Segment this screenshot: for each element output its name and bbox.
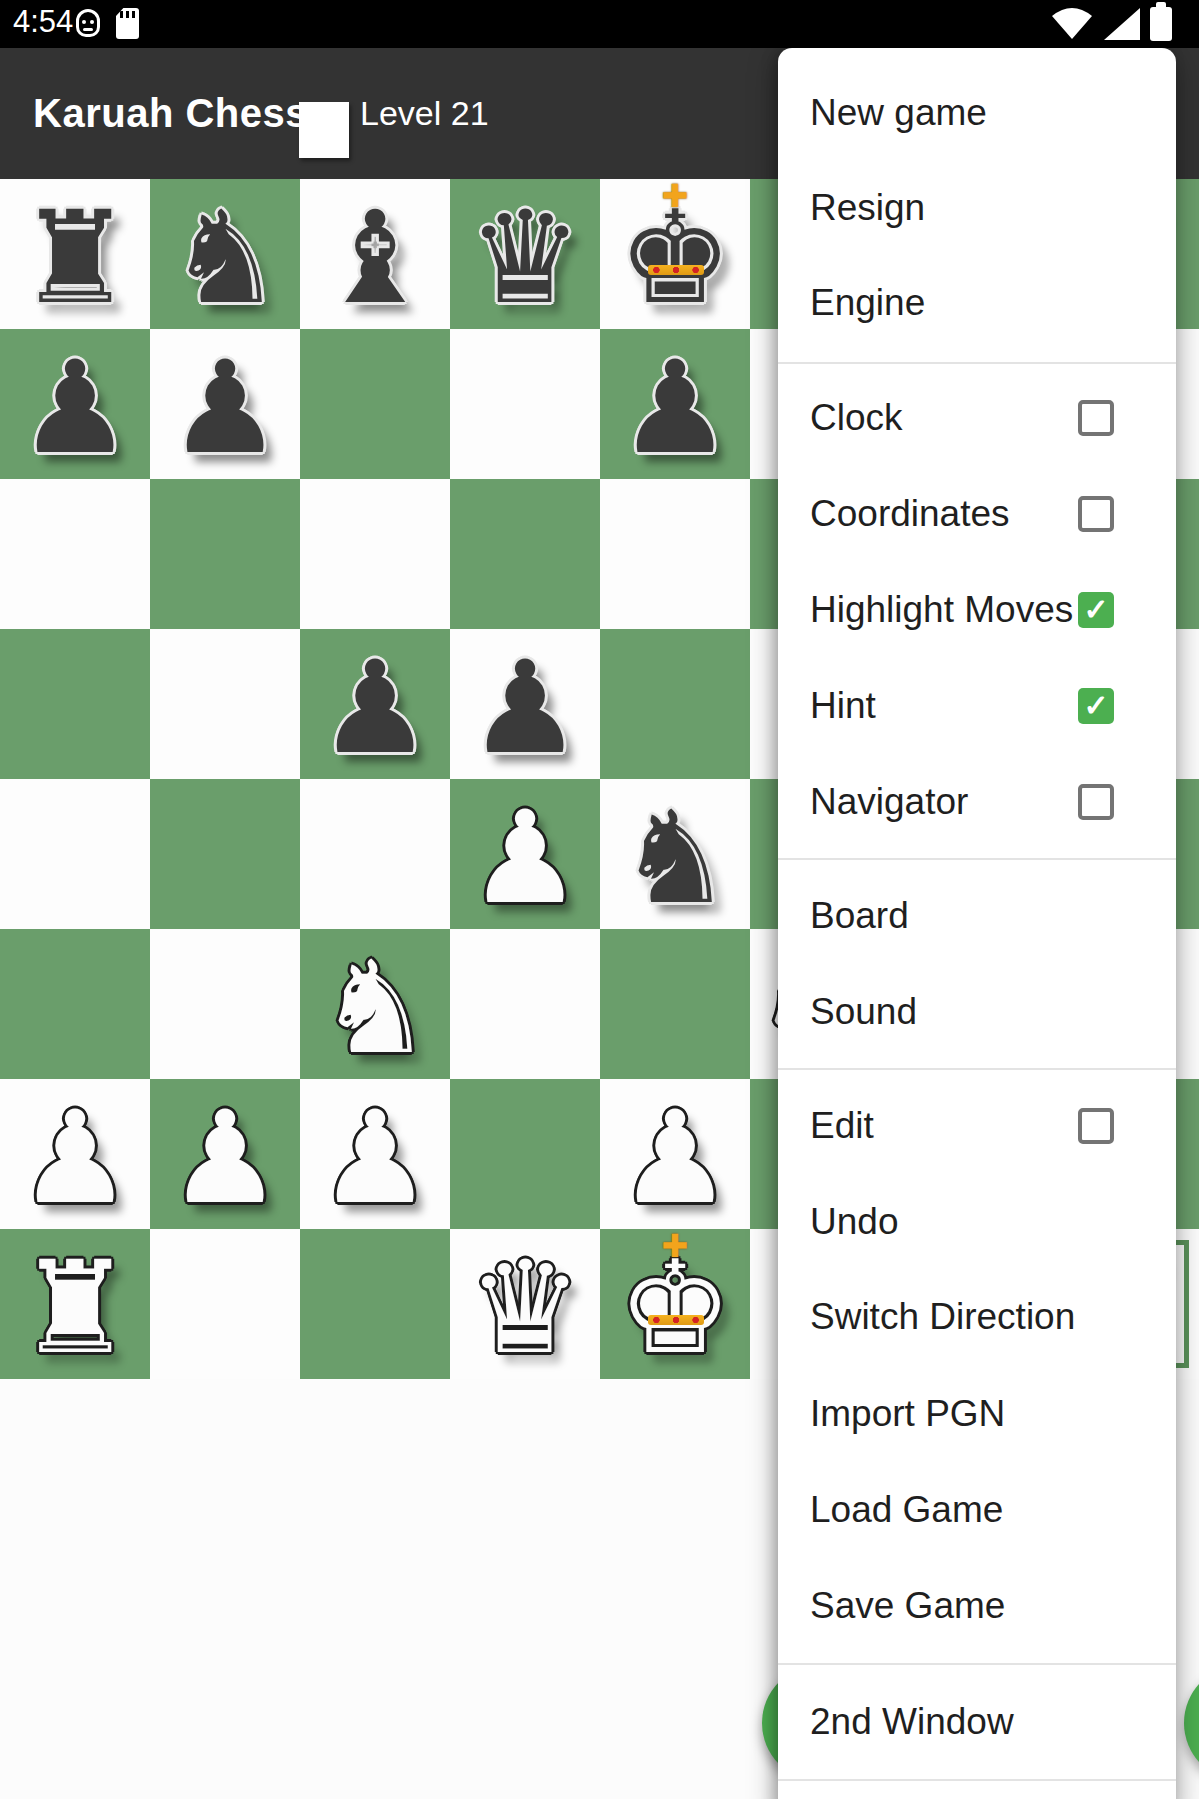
menu-item-2nd-window[interactable]: 2nd Window [778, 1683, 1176, 1761]
white-knight-c3[interactable]: ♞ [300, 929, 450, 1079]
menu-divider [778, 1663, 1176, 1665]
menu-item-undo[interactable]: Undo [778, 1183, 1176, 1261]
menu-item-label: Save Game [810, 1567, 1005, 1645]
black-rook-a8[interactable]: ♜ [0, 179, 150, 329]
black-king-e8[interactable]: ♚✚ [600, 179, 750, 329]
square-d3[interactable] [450, 929, 600, 1079]
white-pawn-d4[interactable]: ♟ [450, 779, 600, 929]
square-b3[interactable] [150, 929, 300, 1079]
menu-item-highlight-moves[interactable]: Highlight Moves✓ [778, 571, 1176, 649]
app-screen: ♜♞♝♛♚✚♜♟♟♟♟♟♟♞♞♞♟♟♟♟♜♛♚✚♜ Karuah Chess L… [0, 0, 1199, 1799]
menu-item-label: Sound [810, 973, 917, 1051]
white-king-e1[interactable]: ♚✚ [600, 1229, 750, 1379]
overflow-menu: New gameResignEngineClockCoordinatesHigh… [778, 48, 1176, 1799]
checkbox-unchecked-clock[interactable] [1078, 400, 1114, 436]
checkbox-unchecked-coordinates[interactable] [1078, 496, 1114, 532]
white-pawn-a2[interactable]: ♟ [0, 1079, 150, 1229]
menu-item-sound[interactable]: Sound [778, 973, 1176, 1051]
black-pawn-b7[interactable]: ♟ [150, 329, 300, 479]
menu-item-switch-direction[interactable]: Switch Direction [778, 1278, 1176, 1356]
menu-item-edit[interactable]: Edit [778, 1087, 1176, 1165]
status-bar: 4:54 [0, 0, 1199, 48]
system-notification-icon [76, 9, 100, 37]
level-label: Level 21 [360, 48, 489, 179]
turn-indicator-white-square [299, 102, 349, 158]
square-c4[interactable] [300, 779, 450, 929]
menu-item-navigator[interactable]: Navigator [778, 763, 1176, 841]
black-pawn-d5[interactable]: ♟ [450, 629, 600, 779]
battery-icon [1150, 7, 1172, 41]
square-d2[interactable] [450, 1079, 600, 1229]
menu-item-label: Switch Direction [810, 1278, 1075, 1356]
square-b1[interactable] [150, 1229, 300, 1379]
square-c1[interactable] [300, 1229, 450, 1379]
cellular-signal-icon [1104, 8, 1140, 40]
square-a3[interactable] [0, 929, 150, 1079]
menu-item-save-game[interactable]: Save Game [778, 1567, 1176, 1645]
menu-item-resign[interactable]: Resign [778, 169, 1176, 247]
square-c7[interactable] [300, 329, 450, 479]
white-pawn-c2[interactable]: ♟ [300, 1079, 450, 1229]
sd-card-icon [116, 8, 139, 39]
menu-divider [778, 1779, 1176, 1781]
square-a5[interactable] [0, 629, 150, 779]
menu-item-load-game[interactable]: Load Game [778, 1471, 1176, 1549]
menu-item-label: Load Game [810, 1471, 1003, 1549]
checkbox-checked-hint[interactable]: ✓ [1078, 688, 1114, 724]
square-b4[interactable] [150, 779, 300, 929]
menu-item-import-pgn[interactable]: Import PGN [778, 1375, 1176, 1453]
square-e3[interactable] [600, 929, 750, 1079]
king-crown-band [648, 265, 704, 275]
menu-item-label: Import PGN [810, 1375, 1005, 1453]
menu-item-label: Edit [810, 1087, 874, 1165]
black-pawn-a7[interactable]: ♟ [0, 329, 150, 479]
menu-divider [778, 1068, 1176, 1070]
black-knight-e4[interactable]: ♞ [600, 779, 750, 929]
square-d6[interactable] [450, 479, 600, 629]
menu-item-label: Highlight Moves [810, 571, 1073, 649]
page-title: Karuah Chess [33, 48, 308, 179]
square-c6[interactable] [300, 479, 450, 629]
checkbox-unchecked-navigator[interactable] [1078, 784, 1114, 820]
square-e6[interactable] [600, 479, 750, 629]
white-pawn-e2[interactable]: ♟ [600, 1079, 750, 1229]
menu-divider [778, 858, 1176, 860]
menu-item-label: Engine [810, 264, 925, 342]
black-pawn-c5[interactable]: ♟ [300, 629, 450, 779]
menu-item-label: Clock [810, 379, 903, 457]
menu-item-label: New game [810, 74, 987, 152]
king-cross-icon: ✚ [600, 179, 750, 213]
menu-item-hint[interactable]: Hint✓ [778, 667, 1176, 745]
square-d7[interactable] [450, 329, 600, 479]
menu-item-new-game[interactable]: New game [778, 74, 1176, 152]
black-queen-d8[interactable]: ♛ [450, 179, 600, 329]
white-pawn-b2[interactable]: ♟ [150, 1079, 300, 1229]
menu-item-label: Hint [810, 667, 876, 745]
black-knight-b8[interactable]: ♞ [150, 179, 300, 329]
white-rook-a1[interactable]: ♜ [0, 1229, 150, 1379]
menu-item-label: Coordinates [810, 475, 1010, 553]
menu-item-label: Undo [810, 1183, 898, 1261]
white-queen-d1[interactable]: ♛ [450, 1229, 600, 1379]
square-a6[interactable] [0, 479, 150, 629]
menu-item-board[interactable]: Board [778, 877, 1176, 955]
checkbox-checked-highlight-moves[interactable]: ✓ [1078, 592, 1114, 628]
wifi-icon [1050, 6, 1094, 42]
black-pawn-e7[interactable]: ♟ [600, 329, 750, 479]
square-b5[interactable] [150, 629, 300, 779]
menu-divider [778, 362, 1176, 364]
menu-item-clock[interactable]: Clock [778, 379, 1176, 457]
menu-item-label: Board [810, 877, 909, 955]
checkbox-unchecked-edit[interactable] [1078, 1108, 1114, 1144]
king-cross-icon: ✚ [600, 1229, 750, 1263]
clock-time: 4:54 [13, 4, 73, 40]
menu-item-engine[interactable]: Engine [778, 264, 1176, 342]
menu-item-label: Resign [810, 169, 925, 247]
square-a4[interactable] [0, 779, 150, 929]
fab-button-right[interactable] [1184, 1665, 1199, 1781]
menu-item-label: Navigator [810, 763, 968, 841]
black-bishop-c8[interactable]: ♝ [300, 179, 450, 329]
square-e5[interactable] [600, 629, 750, 779]
menu-item-label: 2nd Window [810, 1683, 1014, 1761]
square-b6[interactable] [150, 479, 300, 629]
king-crown-band [648, 1315, 704, 1325]
menu-item-coordinates[interactable]: Coordinates [778, 475, 1176, 553]
